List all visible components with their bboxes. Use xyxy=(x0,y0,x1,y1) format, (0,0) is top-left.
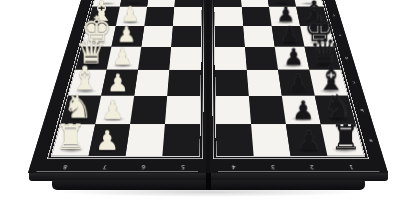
square-f3[interactable] xyxy=(242,7,272,26)
square-d3[interactable] xyxy=(245,47,278,70)
white-rook-a8[interactable]: ♜ xyxy=(55,120,86,155)
square-g5[interactable] xyxy=(174,0,201,7)
square-d6[interactable] xyxy=(138,47,171,70)
square-a3[interactable] xyxy=(251,124,290,156)
square-a5[interactable] xyxy=(162,124,199,156)
square-c5[interactable] xyxy=(167,70,200,96)
chess-board: ♜♟♞♟♝♟♚♟♛♟♝♟♞♟♜♟ 8765 8765 ♟♜♟♞♟♝♟♚♟♛♟♝♟… xyxy=(28,0,388,173)
black-rook-a1[interactable]: ♜ xyxy=(330,120,361,155)
square-c7[interactable]: ♟ xyxy=(101,70,138,96)
square-b3[interactable] xyxy=(249,96,286,124)
square-g3[interactable] xyxy=(240,0,269,7)
square-g6[interactable] xyxy=(147,0,176,7)
pinstripe-inner: ♜♟♞♟♝♟♚♟♛♟♝♟♞♟♜♟ xyxy=(51,0,203,157)
square-a1[interactable]: ♜ xyxy=(321,124,365,156)
white-pawn-c7[interactable]: ♟ xyxy=(107,71,129,95)
rank-label-5: 5 xyxy=(163,163,202,170)
white-pawn-a7[interactable]: ♟ xyxy=(95,128,119,155)
front-rank-numbers-left: 8765 xyxy=(45,163,202,170)
checker-grid-right: ♟♜♟♞♟♝♟♚♟♛♟♝♟♞♟♜ xyxy=(214,0,364,156)
board-scene: ♜♟♞♟♝♟♚♟♛♟♝♟♞♟♜♟ 8765 8765 ♟♜♟♞♟♝♟♚♟♛♟♝♟… xyxy=(28,0,388,173)
black-pawn-a2[interactable]: ♟ xyxy=(297,128,321,155)
square-b6[interactable] xyxy=(130,96,167,124)
black-pawn-b2[interactable]: ♟ xyxy=(292,98,315,124)
pinstripe-inner: ♟♜♟♞♟♝♟♚♟♛♟♝♟♞♟♜ xyxy=(213,0,365,157)
square-d7[interactable]: ♟ xyxy=(107,47,142,70)
square-a2[interactable]: ♟ xyxy=(286,124,327,156)
square-e6[interactable] xyxy=(141,26,173,47)
chess-set-photo: ♜♟♞♟♝♟♚♟♛♟♝♟♞♟♜♟ 8765 8765 ♟♜♟♞♟♝♟♚♟♛♟♝♟… xyxy=(0,0,416,206)
front-pinstripe xyxy=(36,171,198,172)
square-d2[interactable]: ♟ xyxy=(275,47,310,70)
rank-label-7: 7 xyxy=(84,163,124,170)
square-c3[interactable] xyxy=(247,70,282,96)
square-g4[interactable] xyxy=(214,0,241,7)
black-pawn-c2[interactable]: ♟ xyxy=(287,71,309,95)
square-b7[interactable]: ♟ xyxy=(95,96,134,124)
square-c6[interactable] xyxy=(134,70,169,96)
rank-label-8: 8 xyxy=(45,163,86,170)
rank-label-3: 3 xyxy=(253,163,293,170)
black-pawn-d2[interactable]: ♟ xyxy=(283,46,304,69)
square-b5[interactable] xyxy=(165,96,200,124)
square-f5[interactable] xyxy=(173,7,202,26)
board-right-half: ♟♜♟♞♟♝♟♚♟♛♟♝♟♞♟♜ 4321 4321 abcdefgh xyxy=(209,0,388,173)
square-a7[interactable]: ♟ xyxy=(89,124,130,156)
rank-label-6: 6 xyxy=(123,163,163,170)
square-e4[interactable] xyxy=(215,26,245,47)
rank-label-2: 2 xyxy=(292,163,332,170)
square-f6[interactable] xyxy=(144,7,174,26)
square-e5[interactable] xyxy=(171,26,201,47)
square-c4[interactable] xyxy=(215,70,248,96)
rank-label-1: 1 xyxy=(330,163,371,170)
white-pawn-b7[interactable]: ♟ xyxy=(101,98,124,124)
pinstripe-outer: ♜♟♞♟♝♟♚♟♛♟♝♟♞♟♜♟ xyxy=(47,0,205,159)
square-a6[interactable] xyxy=(126,124,165,156)
pinstripe-outer: ♟♜♟♞♟♝♟♚♟♛♟♝♟♞♟♜ xyxy=(211,0,369,159)
floor-shadow xyxy=(58,187,360,197)
square-b4[interactable] xyxy=(216,96,251,124)
board-left-half: ♜♟♞♟♝♟♚♟♛♟♝♟♞♟♜♟ 8765 8765 xyxy=(28,0,207,173)
white-pawn-d7[interactable]: ♟ xyxy=(112,46,133,69)
rank-label-4: 4 xyxy=(214,163,253,170)
square-d5[interactable] xyxy=(169,47,201,70)
front-pinstripe xyxy=(218,171,380,172)
square-f4[interactable] xyxy=(214,7,243,26)
square-a4[interactable] xyxy=(216,124,253,156)
square-d4[interactable] xyxy=(215,47,247,70)
front-rank-numbers-right: 4321 xyxy=(214,163,371,170)
checker-grid-left: ♜♟♞♟♝♟♚♟♛♟♝♟♞♟♜♟ xyxy=(52,0,202,156)
square-e3[interactable] xyxy=(243,26,275,47)
